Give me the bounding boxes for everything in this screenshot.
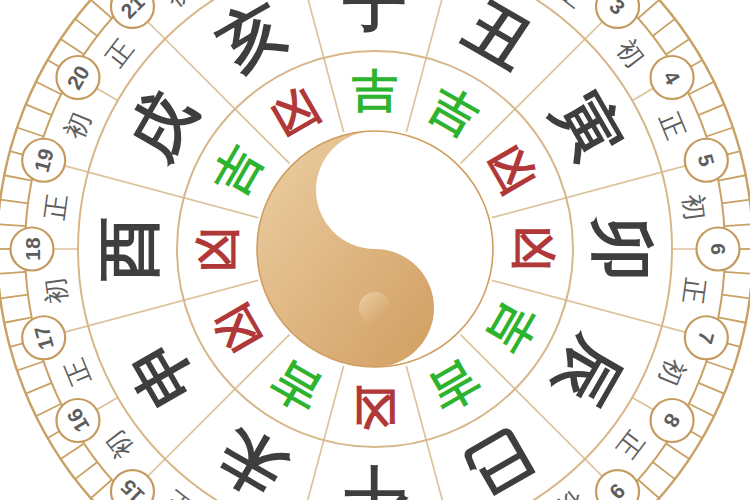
ladder-tick — [61, 39, 84, 55]
ladder-tick — [0, 295, 28, 299]
ladder-tick — [0, 200, 28, 204]
luck-label-zi: 吉 — [351, 66, 398, 117]
luck-label-chen: 吉 — [478, 294, 546, 360]
ladder-tick — [17, 362, 44, 371]
branch-label-shen: 申 — [115, 327, 208, 418]
ladder-tick — [724, 224, 750, 226]
ladder-tick — [722, 200, 750, 204]
ladder-tick — [724, 272, 750, 274]
branch-label-you: 酉 — [94, 217, 165, 281]
wheel-canvas: 123456789101112131415161718192021222324初… — [0, 0, 750, 500]
hour-number-6: 6 — [707, 243, 730, 255]
half-label-zheng-chou: 正 — [552, 0, 591, 13]
half-label-chu-you: 初 — [39, 276, 72, 306]
branch-label-yin: 寅 — [541, 81, 634, 172]
ladder-tick — [0, 272, 26, 274]
yinyang-gold-dot — [359, 292, 391, 324]
luck-label-mao: 凶 — [508, 226, 559, 272]
yinyang-white-dot — [359, 174, 391, 206]
luck-label-si: 吉 — [421, 352, 487, 420]
half-label-chu-xu: 初 — [59, 108, 97, 144]
half-label-zheng-chen: 正 — [611, 426, 651, 465]
ladder-tick — [61, 443, 84, 459]
ladder-tick — [653, 19, 675, 36]
half-label-chu-hai: 初 — [160, 0, 199, 13]
ladder-tick — [26, 383, 52, 394]
half-label-zheng-shen: 正 — [59, 354, 97, 390]
branch-label-chou: 丑 — [453, 0, 544, 83]
branch-label-zi: 子 — [342, 0, 407, 39]
half-label-chu-yin: 初 — [611, 34, 651, 73]
ladder-tick — [666, 39, 689, 55]
ladder-tick — [75, 462, 97, 479]
ladder-tick — [638, 480, 659, 498]
branch-label-si: 巳 — [453, 415, 544, 500]
ladder-tick — [75, 19, 97, 36]
ladder-tick — [17, 127, 44, 136]
luck-label-yin: 凶 — [478, 137, 545, 202]
luck-label-chou: 吉 — [420, 78, 486, 146]
half-label-zheng-yin: 正 — [654, 108, 692, 144]
ladder-tick — [706, 362, 733, 371]
hour-number-18: 18 — [21, 237, 44, 261]
luck-label-xu: 吉 — [204, 137, 272, 203]
branch-label-wu: 午 — [343, 460, 409, 500]
ladder-tick — [0, 224, 26, 226]
half-label-zheng-you: 正 — [39, 192, 72, 222]
ladder-tick — [653, 462, 675, 479]
half-label-chu-si: 初 — [552, 485, 591, 500]
ladder-tick — [698, 104, 724, 115]
luck-label-hai: 凶 — [263, 79, 328, 146]
ladder-tick — [722, 295, 750, 299]
ladder-tick — [638, 0, 659, 18]
half-label-chu-shen: 初 — [100, 426, 140, 465]
ladder-tick — [91, 0, 112, 18]
half-label-zheng-mao: 正 — [678, 276, 711, 306]
ladder-tick — [706, 127, 733, 136]
ladder-tick — [26, 104, 52, 115]
branch-label-xu: 戌 — [115, 81, 209, 173]
ladder-tick — [698, 383, 724, 394]
luck-label-wu: 凶 — [352, 382, 398, 433]
ladder-tick — [666, 443, 689, 459]
branch-label-wei: 未 — [207, 415, 300, 500]
ladder-tick — [91, 480, 112, 498]
half-label-chu-mao: 初 — [678, 192, 711, 222]
zodiac-luck-wheel: 123456789101112131415161718192021222324初… — [0, 0, 750, 500]
branch-label-chen: 辰 — [541, 325, 635, 418]
luck-label-you: 凶 — [192, 226, 243, 272]
half-label-zheng-xu: 正 — [100, 34, 140, 73]
half-label-chu-chen: 初 — [654, 354, 692, 390]
luck-label-shen: 凶 — [205, 295, 272, 360]
yinyang-symbol — [257, 131, 493, 367]
half-label-zheng-wei: 正 — [160, 485, 199, 500]
luck-label-wei: 吉 — [263, 352, 329, 420]
branch-label-hai: 亥 — [206, 0, 298, 83]
branch-label-mao: 卯 — [586, 216, 657, 281]
